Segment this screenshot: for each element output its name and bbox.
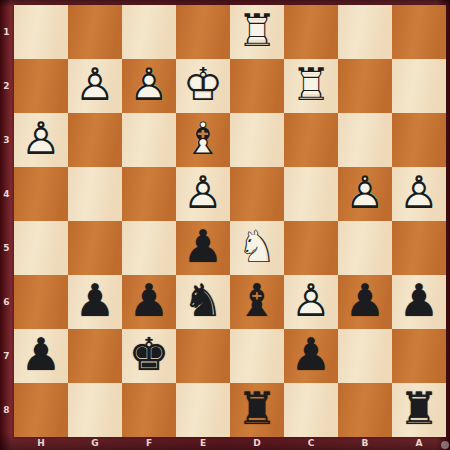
black-rook-piece[interactable]: ♜ bbox=[230, 383, 284, 437]
black-piece-fill: ♝ bbox=[230, 275, 284, 329]
white-rook-piece[interactable]: ♜♖ bbox=[230, 5, 284, 59]
rank-label-1: 1 bbox=[0, 5, 13, 59]
square-h2[interactable] bbox=[14, 59, 68, 113]
square-a5[interactable] bbox=[392, 221, 446, 275]
square-a7[interactable] bbox=[392, 329, 446, 383]
file-label-d: D bbox=[230, 436, 284, 450]
white-piece-outline: ♗ bbox=[176, 113, 230, 167]
chessboard-frame: ♜♖♟♙♟♙♚♔♜♖♟♙♝♗♟♙♟♙♟♙♟♞♘♟♟♞♝♟♙♟♟♟♚♟♜♜ 123… bbox=[0, 0, 450, 450]
square-c5[interactable] bbox=[284, 221, 338, 275]
square-a8[interactable]: ♜ bbox=[392, 383, 446, 437]
square-f2[interactable]: ♟♙ bbox=[122, 59, 176, 113]
square-b4[interactable]: ♟♙ bbox=[338, 167, 392, 221]
black-piece-fill: ♞ bbox=[176, 275, 230, 329]
black-piece-fill: ♟ bbox=[14, 329, 68, 383]
white-pawn-piece[interactable]: ♟♙ bbox=[68, 59, 122, 113]
white-pawn-piece[interactable]: ♟♙ bbox=[392, 167, 446, 221]
square-e7[interactable] bbox=[176, 329, 230, 383]
black-bishop-piece[interactable]: ♝ bbox=[230, 275, 284, 329]
square-g3[interactable] bbox=[68, 113, 122, 167]
rank-label-3: 3 bbox=[0, 113, 13, 167]
white-piece-outline: ♙ bbox=[14, 113, 68, 167]
square-h7[interactable]: ♟ bbox=[14, 329, 68, 383]
black-pawn-piece[interactable]: ♟ bbox=[14, 329, 68, 383]
square-g4[interactable] bbox=[68, 167, 122, 221]
black-piece-fill: ♟ bbox=[338, 275, 392, 329]
black-pawn-piece[interactable]: ♟ bbox=[338, 275, 392, 329]
square-b1[interactable] bbox=[338, 5, 392, 59]
white-piece-outline: ♘ bbox=[230, 221, 284, 275]
black-rook-piece[interactable]: ♜ bbox=[392, 383, 446, 437]
square-g7[interactable] bbox=[68, 329, 122, 383]
square-c6[interactable]: ♟♙ bbox=[284, 275, 338, 329]
rank-label-6: 6 bbox=[0, 275, 13, 329]
black-piece-fill: ♟ bbox=[68, 275, 122, 329]
rank-label-7: 7 bbox=[0, 329, 13, 383]
square-a4[interactable]: ♟♙ bbox=[392, 167, 446, 221]
square-a2[interactable] bbox=[392, 59, 446, 113]
square-b8[interactable] bbox=[338, 383, 392, 437]
white-piece-outline: ♙ bbox=[284, 275, 338, 329]
square-c1[interactable] bbox=[284, 5, 338, 59]
black-knight-piece[interactable]: ♞ bbox=[176, 275, 230, 329]
white-piece-outline: ♙ bbox=[338, 167, 392, 221]
square-e3[interactable]: ♝♗ bbox=[176, 113, 230, 167]
chessboard: ♜♖♟♙♟♙♚♔♜♖♟♙♝♗♟♙♟♙♟♙♟♞♘♟♟♞♝♟♙♟♟♟♚♟♜♜ bbox=[14, 5, 446, 437]
black-pawn-piece[interactable]: ♟ bbox=[122, 275, 176, 329]
square-f1[interactable] bbox=[122, 5, 176, 59]
black-piece-fill: ♚ bbox=[122, 329, 176, 383]
square-a3[interactable] bbox=[392, 113, 446, 167]
white-pawn-piece[interactable]: ♟♙ bbox=[338, 167, 392, 221]
white-bishop-piece[interactable]: ♝♗ bbox=[176, 113, 230, 167]
square-g2[interactable]: ♟♙ bbox=[68, 59, 122, 113]
square-c3[interactable] bbox=[284, 113, 338, 167]
rank-label-4: 4 bbox=[0, 167, 13, 221]
square-f8[interactable] bbox=[122, 383, 176, 437]
square-g5[interactable] bbox=[68, 221, 122, 275]
black-piece-fill: ♟ bbox=[392, 275, 446, 329]
square-d2[interactable] bbox=[230, 59, 284, 113]
file-label-e: E bbox=[176, 436, 230, 450]
square-g1[interactable] bbox=[68, 5, 122, 59]
white-king-piece[interactable]: ♚♔ bbox=[176, 59, 230, 113]
square-f6[interactable]: ♟ bbox=[122, 275, 176, 329]
square-d7[interactable] bbox=[230, 329, 284, 383]
file-label-h: H bbox=[14, 436, 68, 450]
square-d8[interactable]: ♜ bbox=[230, 383, 284, 437]
white-pawn-piece[interactable]: ♟♙ bbox=[14, 113, 68, 167]
black-piece-fill: ♜ bbox=[392, 383, 446, 437]
square-d1[interactable]: ♜♖ bbox=[230, 5, 284, 59]
square-c4[interactable] bbox=[284, 167, 338, 221]
white-piece-outline: ♙ bbox=[68, 59, 122, 113]
white-piece-outline: ♙ bbox=[122, 59, 176, 113]
square-e6[interactable]: ♞ bbox=[176, 275, 230, 329]
black-pawn-piece[interactable]: ♟ bbox=[176, 221, 230, 275]
black-pawn-piece[interactable]: ♟ bbox=[392, 275, 446, 329]
square-a1[interactable] bbox=[392, 5, 446, 59]
white-piece-outline: ♙ bbox=[176, 167, 230, 221]
square-h5[interactable] bbox=[14, 221, 68, 275]
white-pawn-piece[interactable]: ♟♙ bbox=[284, 275, 338, 329]
square-c2[interactable]: ♜♖ bbox=[284, 59, 338, 113]
square-e5[interactable]: ♟ bbox=[176, 221, 230, 275]
square-h4[interactable] bbox=[14, 167, 68, 221]
square-d5[interactable]: ♞♘ bbox=[230, 221, 284, 275]
file-label-b: B bbox=[338, 436, 392, 450]
square-b6[interactable]: ♟ bbox=[338, 275, 392, 329]
white-knight-piece[interactable]: ♞♘ bbox=[230, 221, 284, 275]
square-c7[interactable]: ♟ bbox=[284, 329, 338, 383]
black-piece-fill: ♟ bbox=[284, 329, 338, 383]
square-b3[interactable] bbox=[338, 113, 392, 167]
black-piece-fill: ♟ bbox=[176, 221, 230, 275]
square-e2[interactable]: ♚♔ bbox=[176, 59, 230, 113]
black-piece-fill: ♜ bbox=[230, 383, 284, 437]
square-f7[interactable]: ♚ bbox=[122, 329, 176, 383]
rank-label-8: 8 bbox=[0, 383, 13, 437]
white-pawn-piece[interactable]: ♟♙ bbox=[122, 59, 176, 113]
white-piece-outline: ♙ bbox=[392, 167, 446, 221]
square-h3[interactable]: ♟♙ bbox=[14, 113, 68, 167]
white-piece-outline: ♖ bbox=[284, 59, 338, 113]
black-pawn-piece[interactable]: ♟ bbox=[68, 275, 122, 329]
file-label-a: A bbox=[392, 436, 446, 450]
square-g6[interactable]: ♟ bbox=[68, 275, 122, 329]
square-h6[interactable] bbox=[14, 275, 68, 329]
white-rook-piece[interactable]: ♜♖ bbox=[284, 59, 338, 113]
square-e1[interactable] bbox=[176, 5, 230, 59]
white-piece-outline: ♔ bbox=[176, 59, 230, 113]
square-b5[interactable] bbox=[338, 221, 392, 275]
square-f5[interactable] bbox=[122, 221, 176, 275]
file-label-f: F bbox=[122, 436, 176, 450]
black-pawn-piece[interactable]: ♟ bbox=[284, 329, 338, 383]
square-a6[interactable]: ♟ bbox=[392, 275, 446, 329]
square-e8[interactable] bbox=[176, 383, 230, 437]
square-d3[interactable] bbox=[230, 113, 284, 167]
square-f4[interactable] bbox=[122, 167, 176, 221]
corner-dot-icon bbox=[441, 441, 449, 449]
square-b2[interactable] bbox=[338, 59, 392, 113]
square-h1[interactable] bbox=[14, 5, 68, 59]
black-king-piece[interactable]: ♚ bbox=[122, 329, 176, 383]
rank-label-5: 5 bbox=[0, 221, 13, 275]
square-g8[interactable] bbox=[68, 383, 122, 437]
file-label-c: C bbox=[284, 436, 338, 450]
square-e4[interactable]: ♟♙ bbox=[176, 167, 230, 221]
square-c8[interactable] bbox=[284, 383, 338, 437]
white-piece-outline: ♖ bbox=[230, 5, 284, 59]
rank-label-2: 2 bbox=[0, 59, 13, 113]
white-pawn-piece[interactable]: ♟♙ bbox=[176, 167, 230, 221]
file-label-g: G bbox=[68, 436, 122, 450]
square-d4[interactable] bbox=[230, 167, 284, 221]
square-d6[interactable]: ♝ bbox=[230, 275, 284, 329]
square-f3[interactable] bbox=[122, 113, 176, 167]
square-h8[interactable] bbox=[14, 383, 68, 437]
square-b7[interactable] bbox=[338, 329, 392, 383]
black-piece-fill: ♟ bbox=[122, 275, 176, 329]
